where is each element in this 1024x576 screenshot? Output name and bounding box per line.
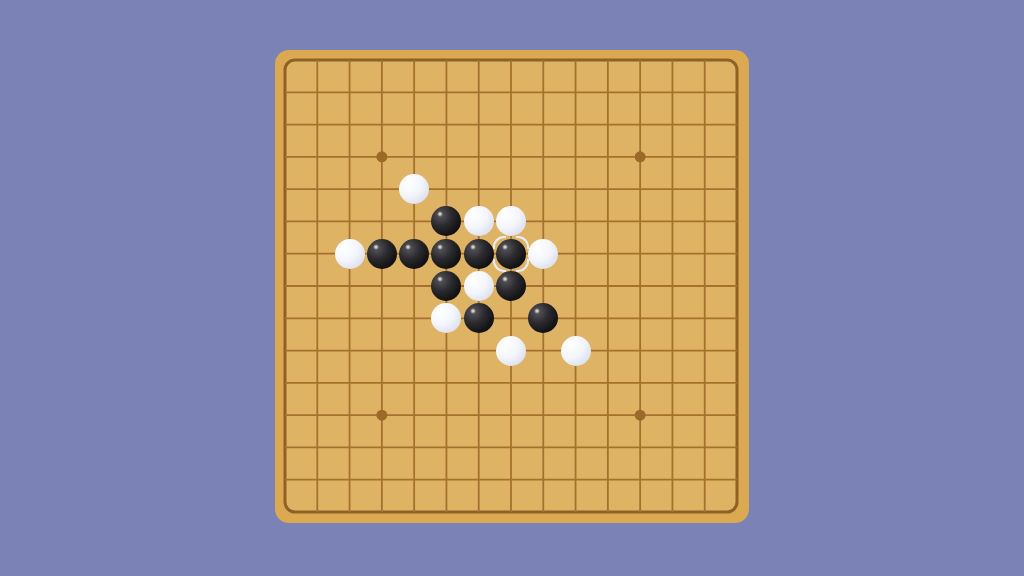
intersection[interactable]: [463, 464, 495, 496]
intersection[interactable]: [721, 238, 753, 270]
intersection[interactable]: [624, 238, 656, 270]
intersection[interactable]: [333, 302, 365, 334]
intersection[interactable]: [366, 302, 398, 334]
intersection[interactable]: [656, 173, 688, 205]
intersection[interactable]: [269, 464, 301, 496]
white-stone: [528, 239, 558, 269]
board-intersections: [269, 44, 753, 528]
intersection[interactable]: [398, 431, 430, 463]
intersection[interactable]: [592, 238, 624, 270]
intersection[interactable]: [721, 205, 753, 237]
intersection[interactable]: [592, 334, 624, 366]
intersection[interactable]: [559, 302, 591, 334]
intersection[interactable]: [333, 496, 365, 528]
intersection[interactable]: [495, 367, 527, 399]
intersection[interactable]: [366, 334, 398, 366]
intersection[interactable]: [269, 367, 301, 399]
intersection[interactable]: [495, 108, 527, 140]
intersection[interactable]: [301, 44, 333, 76]
intersection[interactable]: [624, 496, 656, 528]
black-stone: [431, 271, 461, 301]
intersection[interactable]: [592, 399, 624, 431]
black-stone: [464, 239, 494, 269]
intersection[interactable]: [689, 334, 721, 366]
intersection[interactable]: [656, 238, 688, 270]
intersection[interactable]: [430, 44, 462, 76]
intersection[interactable]: [689, 464, 721, 496]
intersection[interactable]: [624, 334, 656, 366]
white-stone: [561, 336, 591, 366]
intersection[interactable]: [333, 464, 365, 496]
intersection[interactable]: [689, 205, 721, 237]
intersection[interactable]: [559, 399, 591, 431]
intersection[interactable]: [689, 431, 721, 463]
intersection[interactable]: [398, 270, 430, 302]
intersection[interactable]: [398, 44, 430, 76]
intersection[interactable]: [301, 464, 333, 496]
black-stone: [367, 239, 397, 269]
intersection[interactable]: [656, 464, 688, 496]
intersection[interactable]: [366, 431, 398, 463]
intersection[interactable]: [559, 334, 591, 366]
intersection[interactable]: [366, 399, 398, 431]
intersection[interactable]: [592, 76, 624, 108]
intersection[interactable]: [495, 238, 527, 270]
intersection[interactable]: [559, 205, 591, 237]
intersection[interactable]: [366, 270, 398, 302]
intersection[interactable]: [721, 431, 753, 463]
intersection[interactable]: [559, 464, 591, 496]
intersection[interactable]: [656, 431, 688, 463]
intersection[interactable]: [398, 367, 430, 399]
intersection[interactable]: [656, 270, 688, 302]
intersection[interactable]: [656, 44, 688, 76]
intersection[interactable]: [269, 173, 301, 205]
intersection[interactable]: [495, 464, 527, 496]
intersection[interactable]: [333, 173, 365, 205]
intersection[interactable]: [366, 76, 398, 108]
intersection[interactable]: [656, 76, 688, 108]
intersection[interactable]: [656, 205, 688, 237]
intersection[interactable]: [430, 238, 462, 270]
intersection[interactable]: [398, 173, 430, 205]
intersection[interactable]: [269, 270, 301, 302]
intersection[interactable]: [689, 367, 721, 399]
intersection[interactable]: [269, 44, 301, 76]
intersection[interactable]: [592, 108, 624, 140]
intersection[interactable]: [333, 367, 365, 399]
intersection[interactable]: [721, 367, 753, 399]
intersection[interactable]: [430, 302, 462, 334]
intersection[interactable]: [495, 205, 527, 237]
intersection[interactable]: [301, 238, 333, 270]
intersection[interactable]: [333, 108, 365, 140]
white-stone: [496, 336, 526, 366]
intersection[interactable]: [592, 496, 624, 528]
intersection[interactable]: [527, 205, 559, 237]
black-stone: [399, 239, 429, 269]
intersection[interactable]: [495, 302, 527, 334]
intersection[interactable]: [269, 431, 301, 463]
intersection[interactable]: [301, 399, 333, 431]
intersection[interactable]: [527, 270, 559, 302]
gomoku-board: [275, 50, 749, 523]
intersection[interactable]: [592, 302, 624, 334]
intersection[interactable]: [689, 141, 721, 173]
intersection[interactable]: [398, 334, 430, 366]
intersection[interactable]: [463, 367, 495, 399]
intersection[interactable]: [301, 141, 333, 173]
intersection[interactable]: [463, 44, 495, 76]
intersection[interactable]: [592, 205, 624, 237]
intersection[interactable]: [430, 464, 462, 496]
intersection[interactable]: [721, 270, 753, 302]
intersection[interactable]: [366, 496, 398, 528]
intersection[interactable]: [398, 399, 430, 431]
intersection[interactable]: [333, 334, 365, 366]
intersection[interactable]: [430, 205, 462, 237]
intersection[interactable]: [527, 367, 559, 399]
white-stone: [464, 271, 494, 301]
intersection[interactable]: [721, 141, 753, 173]
intersection[interactable]: [559, 44, 591, 76]
intersection[interactable]: [495, 496, 527, 528]
intersection[interactable]: [721, 302, 753, 334]
intersection[interactable]: [495, 141, 527, 173]
intersection[interactable]: [398, 205, 430, 237]
intersection[interactable]: [527, 76, 559, 108]
intersection[interactable]: [624, 44, 656, 76]
intersection[interactable]: [624, 399, 656, 431]
intersection[interactable]: [527, 431, 559, 463]
intersection[interactable]: [624, 464, 656, 496]
intersection[interactable]: [624, 302, 656, 334]
intersection[interactable]: [689, 44, 721, 76]
intersection[interactable]: [269, 334, 301, 366]
black-stone: [496, 271, 526, 301]
intersection[interactable]: [463, 238, 495, 270]
intersection[interactable]: [656, 496, 688, 528]
intersection[interactable]: [430, 76, 462, 108]
white-stone: [335, 239, 365, 269]
white-stone: [464, 206, 494, 236]
intersection[interactable]: [721, 108, 753, 140]
intersection[interactable]: [301, 173, 333, 205]
intersection[interactable]: [592, 431, 624, 463]
intersection[interactable]: [333, 44, 365, 76]
intersection[interactable]: [269, 399, 301, 431]
intersection[interactable]: [689, 238, 721, 270]
intersection[interactable]: [624, 205, 656, 237]
black-stone: [528, 303, 558, 333]
intersection[interactable]: [463, 173, 495, 205]
intersection[interactable]: [463, 496, 495, 528]
intersection[interactable]: [430, 270, 462, 302]
intersection[interactable]: [269, 108, 301, 140]
intersection[interactable]: [559, 367, 591, 399]
intersection[interactable]: [624, 270, 656, 302]
black-stone: [431, 239, 461, 269]
page-background: [0, 0, 1024, 576]
intersection[interactable]: [559, 238, 591, 270]
intersection[interactable]: [269, 496, 301, 528]
intersection[interactable]: [398, 238, 430, 270]
intersection[interactable]: [656, 367, 688, 399]
intersection[interactable]: [559, 76, 591, 108]
intersection[interactable]: [301, 270, 333, 302]
intersection[interactable]: [721, 44, 753, 76]
intersection[interactable]: [301, 496, 333, 528]
intersection[interactable]: [592, 44, 624, 76]
intersection[interactable]: [301, 76, 333, 108]
intersection[interactable]: [269, 141, 301, 173]
intersection[interactable]: [527, 238, 559, 270]
intersection[interactable]: [333, 76, 365, 108]
intersection[interactable]: [333, 399, 365, 431]
intersection[interactable]: [721, 464, 753, 496]
intersection[interactable]: [527, 44, 559, 76]
intersection[interactable]: [527, 399, 559, 431]
intersection[interactable]: [366, 44, 398, 76]
intersection[interactable]: [624, 431, 656, 463]
intersection[interactable]: [269, 302, 301, 334]
intersection[interactable]: [430, 399, 462, 431]
intersection[interactable]: [689, 302, 721, 334]
intersection[interactable]: [624, 141, 656, 173]
intersection[interactable]: [366, 238, 398, 270]
intersection[interactable]: [495, 44, 527, 76]
intersection[interactable]: [366, 367, 398, 399]
intersection[interactable]: [527, 302, 559, 334]
intersection[interactable]: [689, 399, 721, 431]
intersection[interactable]: [301, 108, 333, 140]
intersection[interactable]: [559, 173, 591, 205]
intersection[interactable]: [495, 173, 527, 205]
intersection[interactable]: [559, 108, 591, 140]
intersection[interactable]: [430, 367, 462, 399]
intersection[interactable]: [656, 399, 688, 431]
intersection[interactable]: [721, 399, 753, 431]
intersection[interactable]: [301, 367, 333, 399]
intersection[interactable]: [333, 270, 365, 302]
intersection[interactable]: [656, 108, 688, 140]
intersection[interactable]: [527, 108, 559, 140]
intersection[interactable]: [463, 205, 495, 237]
intersection[interactable]: [398, 302, 430, 334]
intersection[interactable]: [366, 141, 398, 173]
intersection[interactable]: [624, 367, 656, 399]
intersection[interactable]: [333, 205, 365, 237]
intersection[interactable]: [592, 464, 624, 496]
intersection[interactable]: [463, 141, 495, 173]
intersection[interactable]: [366, 108, 398, 140]
intersection[interactable]: [527, 496, 559, 528]
intersection[interactable]: [721, 334, 753, 366]
intersection[interactable]: [721, 496, 753, 528]
intersection[interactable]: [333, 141, 365, 173]
black-stone: [431, 206, 461, 236]
intersection[interactable]: [495, 431, 527, 463]
intersection[interactable]: [301, 205, 333, 237]
intersection[interactable]: [398, 108, 430, 140]
intersection[interactable]: [463, 399, 495, 431]
white-stone: [399, 174, 429, 204]
intersection[interactable]: [398, 496, 430, 528]
intersection[interactable]: [527, 141, 559, 173]
intersection[interactable]: [463, 76, 495, 108]
intersection[interactable]: [495, 399, 527, 431]
intersection[interactable]: [689, 496, 721, 528]
intersection[interactable]: [592, 173, 624, 205]
intersection[interactable]: [689, 270, 721, 302]
intersection[interactable]: [366, 464, 398, 496]
black-stone: [496, 239, 526, 269]
intersection[interactable]: [656, 302, 688, 334]
intersection[interactable]: [430, 334, 462, 366]
intersection[interactable]: [463, 431, 495, 463]
intersection[interactable]: [527, 464, 559, 496]
intersection[interactable]: [559, 431, 591, 463]
intersection[interactable]: [301, 334, 333, 366]
intersection[interactable]: [269, 238, 301, 270]
intersection[interactable]: [398, 141, 430, 173]
intersection[interactable]: [463, 270, 495, 302]
intersection[interactable]: [463, 108, 495, 140]
white-stone: [431, 303, 461, 333]
intersection[interactable]: [527, 334, 559, 366]
intersection[interactable]: [463, 302, 495, 334]
intersection[interactable]: [721, 173, 753, 205]
intersection[interactable]: [559, 496, 591, 528]
intersection[interactable]: [333, 238, 365, 270]
intersection[interactable]: [656, 141, 688, 173]
intersection[interactable]: [301, 302, 333, 334]
black-stone: [464, 303, 494, 333]
intersection[interactable]: [430, 431, 462, 463]
intersection[interactable]: [689, 108, 721, 140]
intersection[interactable]: [463, 334, 495, 366]
intersection[interactable]: [495, 334, 527, 366]
intersection[interactable]: [624, 173, 656, 205]
intersection[interactable]: [592, 270, 624, 302]
intersection[interactable]: [624, 108, 656, 140]
intersection[interactable]: [430, 496, 462, 528]
white-stone: [496, 206, 526, 236]
intersection[interactable]: [721, 76, 753, 108]
intersection[interactable]: [301, 431, 333, 463]
intersection[interactable]: [430, 108, 462, 140]
intersection[interactable]: [269, 205, 301, 237]
intersection[interactable]: [559, 270, 591, 302]
intersection[interactable]: [495, 270, 527, 302]
intersection[interactable]: [269, 76, 301, 108]
intersection[interactable]: [398, 76, 430, 108]
intersection[interactable]: [366, 205, 398, 237]
intersection[interactable]: [689, 173, 721, 205]
intersection[interactable]: [398, 464, 430, 496]
intersection[interactable]: [430, 141, 462, 173]
intersection[interactable]: [333, 431, 365, 463]
intersection[interactable]: [430, 173, 462, 205]
intersection[interactable]: [689, 76, 721, 108]
intersection[interactable]: [527, 173, 559, 205]
intersection[interactable]: [656, 334, 688, 366]
intersection[interactable]: [495, 76, 527, 108]
intersection[interactable]: [559, 141, 591, 173]
intersection[interactable]: [592, 141, 624, 173]
intersection[interactable]: [624, 76, 656, 108]
intersection[interactable]: [592, 367, 624, 399]
intersection[interactable]: [366, 173, 398, 205]
